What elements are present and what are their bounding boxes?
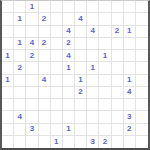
- cell-r3c2: 4: [26, 38, 38, 50]
- cell-r7c9[interactable]: [112, 87, 124, 99]
- cell-r9c0[interactable]: [2, 111, 14, 123]
- cell-r9c8[interactable]: [99, 111, 111, 123]
- cell-r8c4[interactable]: [51, 99, 63, 111]
- cell-r3c4[interactable]: [51, 38, 63, 50]
- cell-r8c5[interactable]: [63, 99, 75, 111]
- cell-r1c8[interactable]: [99, 13, 111, 25]
- cell-r5c6[interactable]: [75, 62, 87, 74]
- cell-r0c5[interactable]: [63, 1, 75, 13]
- cell-r4c11[interactable]: [136, 50, 148, 62]
- cell-r6c5[interactable]: [63, 75, 75, 87]
- cell-r4c0: 1: [2, 50, 14, 62]
- cell-r0c10[interactable]: [124, 1, 136, 13]
- cell-r5c3[interactable]: [39, 62, 51, 74]
- cell-r1c7[interactable]: [87, 13, 99, 25]
- cell-r1c2[interactable]: [26, 13, 38, 25]
- cell-r11c3[interactable]: [39, 136, 51, 148]
- cell-r5c5: 1: [63, 62, 75, 74]
- cell-r2c1[interactable]: [14, 26, 26, 38]
- cell-r1c3: 2: [39, 13, 51, 25]
- clue-number: 1: [30, 3, 34, 11]
- cell-r10c4[interactable]: [51, 124, 63, 136]
- cell-r5c1: 2: [14, 62, 26, 74]
- cell-r10c10: 2: [124, 124, 136, 136]
- cell-r6c10: 1: [124, 75, 136, 87]
- cell-r7c0[interactable]: [2, 87, 14, 99]
- cell-r11c8: 2: [99, 136, 111, 148]
- clue-number: 3: [30, 125, 34, 133]
- cell-r2c0[interactable]: [2, 26, 14, 38]
- cell-r10c1[interactable]: [14, 124, 26, 136]
- clue-number: 3: [91, 138, 95, 146]
- clue-number: 4: [127, 88, 131, 96]
- cell-r11c5[interactable]: [63, 136, 75, 148]
- cell-r8c9[interactable]: [112, 99, 124, 111]
- cell-r9c7[interactable]: [87, 111, 99, 123]
- cell-r6c7[interactable]: [87, 75, 99, 87]
- cell-r2c6[interactable]: [75, 26, 87, 38]
- cell-r11c11[interactable]: [136, 136, 148, 148]
- cell-r2c3[interactable]: [39, 26, 51, 38]
- cell-r1c11[interactable]: [136, 13, 148, 25]
- cell-r11c1[interactable]: [14, 136, 26, 148]
- cell-r0c4[interactable]: [51, 1, 63, 13]
- cell-r4c7[interactable]: [87, 50, 99, 62]
- cell-r1c1: 1: [14, 13, 26, 25]
- cell-r3c8[interactable]: [99, 38, 111, 50]
- cell-r5c11[interactable]: [136, 62, 148, 74]
- cell-r9c10: 3: [124, 111, 136, 123]
- cell-r7c5[interactable]: [63, 87, 75, 99]
- cell-r6c2[interactable]: [26, 75, 38, 87]
- cell-r2c8[interactable]: [99, 26, 111, 38]
- cell-r9c2[interactable]: [26, 111, 38, 123]
- cell-r5c7: 1: [87, 62, 99, 74]
- puzzle-board: 112444211422124121114112443312132: [0, 0, 150, 150]
- cell-r4c6[interactable]: [75, 50, 87, 62]
- clue-number: 4: [18, 113, 22, 121]
- clue-number: 1: [18, 39, 22, 47]
- cell-r4c8: 1: [99, 50, 111, 62]
- cell-r11c9[interactable]: [112, 136, 124, 148]
- cell-r9c6[interactable]: [75, 111, 87, 123]
- cell-r10c11[interactable]: [136, 124, 148, 136]
- cell-r8c0[interactable]: [2, 99, 14, 111]
- clue-number: 1: [66, 125, 70, 133]
- cell-r4c9[interactable]: [112, 50, 124, 62]
- clue-number: 2: [42, 39, 46, 47]
- clue-number: 1: [5, 52, 9, 60]
- clue-number: 2: [42, 15, 46, 23]
- cell-r9c5[interactable]: [63, 111, 75, 123]
- cell-r2c5: 4: [63, 26, 75, 38]
- cell-r10c2: 3: [26, 124, 38, 136]
- cell-r6c1[interactable]: [14, 75, 26, 87]
- clue-number: 1: [103, 52, 107, 60]
- clue-number: 4: [91, 27, 95, 35]
- cell-r1c6: 4: [75, 13, 87, 25]
- cell-r8c2[interactable]: [26, 99, 38, 111]
- cell-r6c3: 4: [39, 75, 51, 87]
- clue-number: 1: [54, 138, 58, 146]
- cell-r11c7: 3: [87, 136, 99, 148]
- cell-r9c11[interactable]: [136, 111, 148, 123]
- cell-r10c7[interactable]: [87, 124, 99, 136]
- clue-number: 1: [91, 64, 95, 72]
- cell-r0c1[interactable]: [14, 1, 26, 13]
- cell-r9c9[interactable]: [112, 111, 124, 123]
- cell-r6c9[interactable]: [112, 75, 124, 87]
- clue-number: 1: [127, 27, 131, 35]
- cell-r7c11[interactable]: [136, 87, 148, 99]
- clue-number: 2: [115, 27, 119, 35]
- cell-r1c10[interactable]: [124, 13, 136, 25]
- cell-r11c6[interactable]: [75, 136, 87, 148]
- cell-r0c9[interactable]: [112, 1, 124, 13]
- cell-r1c5[interactable]: [63, 13, 75, 25]
- cell-r5c0[interactable]: [2, 62, 14, 74]
- cell-r5c4[interactable]: [51, 62, 63, 74]
- clue-number: 1: [127, 76, 131, 84]
- cell-r0c11[interactable]: [136, 1, 148, 13]
- cell-r6c8[interactable]: [99, 75, 111, 87]
- cell-r7c4[interactable]: [51, 87, 63, 99]
- cell-r0c8[interactable]: [99, 1, 111, 13]
- cell-r8c1[interactable]: [14, 99, 26, 111]
- cell-r9c4[interactable]: [51, 111, 63, 123]
- cell-r2c9: 2: [112, 26, 124, 38]
- cell-r0c0[interactable]: [2, 1, 14, 13]
- cell-r0c7[interactable]: [87, 1, 99, 13]
- cell-r3c9[interactable]: [112, 38, 124, 50]
- cell-r8c8[interactable]: [99, 99, 111, 111]
- clue-number: 2: [103, 138, 107, 146]
- cell-r5c2[interactable]: [26, 62, 38, 74]
- cell-r7c8[interactable]: [99, 87, 111, 99]
- cell-r5c9[interactable]: [112, 62, 124, 74]
- cell-r1c9[interactable]: [112, 13, 124, 25]
- cell-r3c3: 2: [39, 38, 51, 50]
- clue-number: 1: [18, 15, 22, 23]
- clue-number: 1: [5, 76, 9, 84]
- cell-r2c2[interactable]: [26, 26, 38, 38]
- cell-r7c6: 2: [75, 87, 87, 99]
- cell-r3c5: 2: [63, 38, 75, 50]
- cell-r7c10: 4: [124, 87, 136, 99]
- cell-r1c0[interactable]: [2, 13, 14, 25]
- cell-r6c0: 1: [2, 75, 14, 87]
- cell-r7c1[interactable]: [14, 87, 26, 99]
- clue-number: 2: [30, 52, 34, 60]
- clue-number: 4: [42, 76, 46, 84]
- cell-r4c10[interactable]: [124, 50, 136, 62]
- cell-r3c1: 1: [14, 38, 26, 50]
- cell-r10c6[interactable]: [75, 124, 87, 136]
- cell-r11c0[interactable]: [2, 136, 14, 148]
- cell-r9c1: 4: [14, 111, 26, 123]
- cell-r0c2: 1: [26, 1, 38, 13]
- cell-r3c11[interactable]: [136, 38, 148, 50]
- cell-r10c8[interactable]: [99, 124, 111, 136]
- cell-r4c1[interactable]: [14, 50, 26, 62]
- cell-r3c10[interactable]: [124, 38, 136, 50]
- cell-r2c4[interactable]: [51, 26, 63, 38]
- cell-r1c4[interactable]: [51, 13, 63, 25]
- cell-r8c11[interactable]: [136, 99, 148, 111]
- clue-number: 4: [30, 39, 34, 47]
- clue-number: 2: [66, 39, 70, 47]
- cell-r3c6[interactable]: [75, 38, 87, 50]
- cell-r7c3[interactable]: [39, 87, 51, 99]
- cell-r9c3[interactable]: [39, 111, 51, 123]
- cell-r2c10: 1: [124, 26, 136, 38]
- cell-r6c6: 1: [75, 75, 87, 87]
- cell-r4c4[interactable]: [51, 50, 63, 62]
- clue-number: 4: [66, 52, 70, 60]
- cell-r4c2: 2: [26, 50, 38, 62]
- cell-r2c11[interactable]: [136, 26, 148, 38]
- cell-r10c5: 1: [63, 124, 75, 136]
- clue-number: 1: [66, 64, 70, 72]
- cell-r8c10[interactable]: [124, 99, 136, 111]
- clue-number: 1: [78, 76, 82, 84]
- cell-r8c7[interactable]: [87, 99, 99, 111]
- cell-r3c7[interactable]: [87, 38, 99, 50]
- cell-r3c0[interactable]: [2, 38, 14, 50]
- cell-r7c2[interactable]: [26, 87, 38, 99]
- clue-number: 2: [127, 125, 131, 133]
- cell-r0c6[interactable]: [75, 1, 87, 13]
- cell-r10c0[interactable]: [2, 124, 14, 136]
- cell-r5c10[interactable]: [124, 62, 136, 74]
- cell-r11c2[interactable]: [26, 136, 38, 148]
- cell-r0c3[interactable]: [39, 1, 51, 13]
- cell-r8c6[interactable]: [75, 99, 87, 111]
- clue-number: 2: [78, 88, 82, 96]
- cell-r2c7: 4: [87, 26, 99, 38]
- clue-number: 2: [18, 64, 22, 72]
- clue-number: 4: [78, 15, 82, 23]
- cell-r11c4: 1: [51, 136, 63, 148]
- cell-r4c3[interactable]: [39, 50, 51, 62]
- clue-number: 3: [127, 113, 131, 121]
- cell-r8c3[interactable]: [39, 99, 51, 111]
- cell-r5c8[interactable]: [99, 62, 111, 74]
- cell-r10c9[interactable]: [112, 124, 124, 136]
- cell-r7c7[interactable]: [87, 87, 99, 99]
- cell-r6c4[interactable]: [51, 75, 63, 87]
- cell-r10c3[interactable]: [39, 124, 51, 136]
- clue-number: 4: [66, 27, 70, 35]
- cell-r6c11[interactable]: [136, 75, 148, 87]
- cell-r11c10[interactable]: [124, 136, 136, 148]
- cell-r4c5: 4: [63, 50, 75, 62]
